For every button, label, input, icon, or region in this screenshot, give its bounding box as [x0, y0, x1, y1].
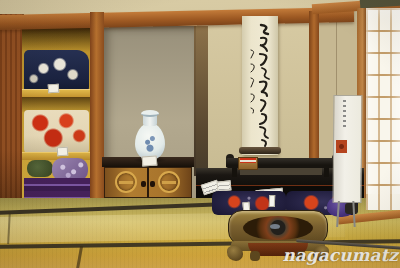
shoji-screen [366, 8, 400, 210]
chest-round-fitting-right [158, 171, 180, 193]
wood-post-left [90, 12, 104, 210]
porcelain-vase [135, 123, 165, 160]
label-card-2 [217, 180, 232, 191]
chest-round-fitting-left [115, 171, 137, 193]
sign-stand-base [345, 203, 358, 214]
vase-lip [141, 110, 159, 117]
chest-handle-right [150, 181, 155, 187]
brazier-leg-mid-left [250, 251, 260, 261]
closet-top-shadow [22, 28, 91, 52]
brazier-contents [270, 224, 280, 229]
brazier-leg-left [227, 246, 243, 261]
sign-red-graphic [336, 140, 347, 153]
bench-leg-right [324, 167, 329, 177]
room-photo: nagacumatz [0, 0, 400, 268]
wood-post-corner [309, 11, 319, 175]
green-textile-bundle [27, 160, 53, 177]
shelf-label-upper [48, 84, 60, 94]
brazier-tag-center [269, 195, 275, 207]
box-white-stripe [240, 160, 256, 162]
shoji-bottom [366, 194, 400, 210]
calligraphy-ink [242, 16, 278, 155]
vase-label [142, 155, 158, 166]
shelf-label-lower [57, 147, 69, 157]
chest-door-divider [147, 167, 149, 198]
scroll-roller [239, 147, 281, 154]
chest-handle-left [141, 181, 146, 187]
watermark-text: nagacumatz [283, 245, 399, 265]
bench-leg-left [232, 167, 237, 177]
alcove-corner-shadow [194, 26, 208, 176]
calligraphy-scroll [242, 16, 278, 155]
sign-vertical-text [343, 100, 346, 128]
